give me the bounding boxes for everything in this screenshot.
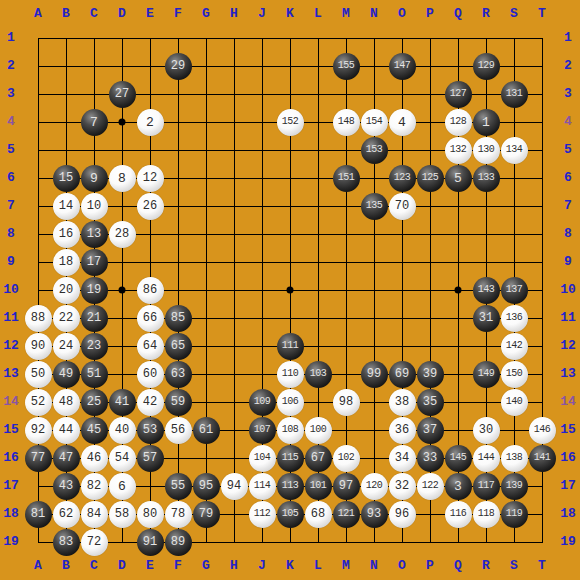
- stone-white-S12-move-142: 142: [501, 333, 528, 360]
- stone-black-P16-move-33: 33: [417, 445, 444, 472]
- stone-black-B6-move-15: 15: [53, 165, 80, 192]
- column-label-G: G: [192, 559, 220, 573]
- stone-white-P17-move-122: 122: [417, 473, 444, 500]
- stone-black-G17-move-95: 95: [193, 473, 220, 500]
- stone-white-J17-move-114: 114: [249, 473, 276, 500]
- stone-black-S10-move-137: 137: [501, 277, 528, 304]
- stone-black-E16-move-57: 57: [137, 445, 164, 472]
- stone-white-R5-move-130: 130: [473, 137, 500, 164]
- row-label-5: 5: [0, 136, 22, 164]
- stone-white-E4-move-2: 2: [137, 109, 164, 136]
- stone-white-K13-move-110: 110: [277, 361, 304, 388]
- stone-white-B18-move-62: 62: [53, 501, 80, 528]
- stone-white-O7-move-70: 70: [389, 193, 416, 220]
- stone-black-L16-move-67: 67: [305, 445, 332, 472]
- stone-white-C19-move-72: 72: [81, 529, 108, 556]
- stone-white-S11-move-136: 136: [501, 305, 528, 332]
- row-label-1: 1: [557, 24, 579, 52]
- column-label-P: P: [416, 559, 444, 573]
- column-label-R: R: [472, 559, 500, 573]
- stone-black-N13-move-99: 99: [361, 361, 388, 388]
- column-label-O: O: [388, 7, 416, 21]
- column-label-T: T: [528, 559, 556, 573]
- row-label-17: 17: [0, 472, 22, 500]
- column-label-O: O: [388, 559, 416, 573]
- row-label-14: 14: [557, 388, 579, 416]
- column-label-C: C: [80, 559, 108, 573]
- stone-white-C18-move-84: 84: [81, 501, 108, 528]
- stone-black-R13-move-149: 149: [473, 361, 500, 388]
- column-label-M: M: [332, 7, 360, 21]
- column-label-Q: Q: [444, 559, 472, 573]
- stone-black-A16-move-77: 77: [25, 445, 52, 472]
- stone-white-K14-move-106: 106: [277, 389, 304, 416]
- stone-white-N4-move-154: 154: [361, 109, 388, 136]
- stone-black-P15-move-37: 37: [417, 417, 444, 444]
- stone-black-T16-move-141: 141: [529, 445, 556, 472]
- stone-black-J14-move-109: 109: [249, 389, 276, 416]
- column-label-B: B: [52, 559, 80, 573]
- stone-white-D15-move-40: 40: [109, 417, 136, 444]
- stone-black-C11-move-21: 21: [81, 305, 108, 332]
- column-label-J: J: [248, 559, 276, 573]
- stone-black-Q6-move-5: 5: [445, 165, 472, 192]
- stone-black-J15-move-107: 107: [249, 417, 276, 444]
- column-label-T: T: [528, 7, 556, 21]
- column-label-R: R: [472, 7, 500, 21]
- column-label-N: N: [360, 7, 388, 21]
- stone-white-D17-move-6: 6: [109, 473, 136, 500]
- column-label-L: L: [304, 559, 332, 573]
- stone-white-A13-move-50: 50: [25, 361, 52, 388]
- column-label-F: F: [164, 7, 192, 21]
- stone-black-P6-move-125: 125: [417, 165, 444, 192]
- row-label-8: 8: [557, 220, 579, 248]
- row-labels-right: 12345678910111213141516171819: [557, 24, 579, 556]
- stone-white-D6-move-8: 8: [109, 165, 136, 192]
- stone-black-F11-move-85: 85: [165, 305, 192, 332]
- stone-white-Q5-move-132: 132: [445, 137, 472, 164]
- stone-black-N7-move-135: 135: [361, 193, 388, 220]
- stone-black-R10-move-143: 143: [473, 277, 500, 304]
- stone-white-S13-move-150: 150: [501, 361, 528, 388]
- stone-white-Q4-move-128: 128: [445, 109, 472, 136]
- row-label-11: 11: [557, 304, 579, 332]
- stone-black-N5-move-153: 153: [361, 137, 388, 164]
- row-label-15: 15: [557, 416, 579, 444]
- row-label-14: 14: [0, 388, 22, 416]
- stone-black-Q3-move-127: 127: [445, 81, 472, 108]
- row-label-10: 10: [557, 276, 579, 304]
- stone-white-L15-move-100: 100: [305, 417, 332, 444]
- stone-white-K4-move-152: 152: [277, 109, 304, 136]
- column-label-M: M: [332, 559, 360, 573]
- stone-white-N17-move-120: 120: [361, 473, 388, 500]
- stone-black-R11-move-31: 31: [473, 305, 500, 332]
- row-label-7: 7: [0, 192, 22, 220]
- stone-black-D14-move-41: 41: [109, 389, 136, 416]
- stone-black-S18-move-119: 119: [501, 501, 528, 528]
- stone-white-C17-move-82: 82: [81, 473, 108, 500]
- column-label-F: F: [164, 559, 192, 573]
- stone-white-O18-move-96: 96: [389, 501, 416, 528]
- stone-black-C10-move-19: 19: [81, 277, 108, 304]
- column-label-D: D: [108, 559, 136, 573]
- stone-black-D3-move-27: 27: [109, 81, 136, 108]
- column-labels-bottom: ABCDEFGHJKLMNOPQRST: [24, 559, 556, 573]
- row-label-6: 6: [557, 164, 579, 192]
- column-label-K: K: [276, 559, 304, 573]
- stone-black-F13-move-63: 63: [165, 361, 192, 388]
- column-label-Q: Q: [444, 7, 472, 21]
- stone-black-O2-move-147: 147: [389, 53, 416, 80]
- row-label-2: 2: [0, 52, 22, 80]
- stone-white-S5-move-134: 134: [501, 137, 528, 164]
- stone-black-R2-move-129: 129: [473, 53, 500, 80]
- stone-white-A15-move-92: 92: [25, 417, 52, 444]
- column-label-E: E: [136, 559, 164, 573]
- column-label-S: S: [500, 7, 528, 21]
- stone-black-Q17-move-3: 3: [445, 473, 472, 500]
- stone-black-P13-move-39: 39: [417, 361, 444, 388]
- stone-white-D16-move-54: 54: [109, 445, 136, 472]
- row-label-8: 8: [0, 220, 22, 248]
- row-label-17: 17: [557, 472, 579, 500]
- stone-black-G18-move-79: 79: [193, 501, 220, 528]
- stone-black-Q16-move-145: 145: [445, 445, 472, 472]
- stone-white-E10-move-86: 86: [137, 277, 164, 304]
- stone-white-J16-move-104: 104: [249, 445, 276, 472]
- stone-black-S3-move-131: 131: [501, 81, 528, 108]
- column-label-H: H: [220, 7, 248, 21]
- row-label-18: 18: [0, 500, 22, 528]
- stone-black-K16-move-115: 115: [277, 445, 304, 472]
- row-label-3: 3: [0, 80, 22, 108]
- stone-white-B8-move-16: 16: [53, 221, 80, 248]
- stone-white-C16-move-46: 46: [81, 445, 108, 472]
- column-label-K: K: [276, 7, 304, 21]
- stone-black-A18-move-81: 81: [25, 501, 52, 528]
- stone-black-M2-move-155: 155: [333, 53, 360, 80]
- stone-black-C6-move-9: 9: [81, 165, 108, 192]
- stone-white-D18-move-58: 58: [109, 501, 136, 528]
- row-label-12: 12: [557, 332, 579, 360]
- column-label-P: P: [416, 7, 444, 21]
- row-label-4: 4: [0, 108, 22, 136]
- stone-white-S16-move-138: 138: [501, 445, 528, 472]
- column-label-J: J: [248, 7, 276, 21]
- stone-white-B14-move-48: 48: [53, 389, 80, 416]
- stone-white-H17-move-94: 94: [221, 473, 248, 500]
- stone-white-B9-move-18: 18: [53, 249, 80, 276]
- stone-white-R15-move-30: 30: [473, 417, 500, 444]
- column-label-D: D: [108, 7, 136, 21]
- column-label-E: E: [136, 7, 164, 21]
- stone-white-M14-move-98: 98: [333, 389, 360, 416]
- row-label-13: 13: [557, 360, 579, 388]
- row-label-12: 12: [0, 332, 22, 360]
- stone-white-B11-move-22: 22: [53, 305, 80, 332]
- stone-white-E6-move-12: 12: [137, 165, 164, 192]
- stone-black-G15-move-61: 61: [193, 417, 220, 444]
- column-label-A: A: [24, 7, 52, 21]
- column-labels-top: ABCDEFGHJKLMNOPQRST: [24, 7, 556, 21]
- stone-white-K15-move-108: 108: [277, 417, 304, 444]
- stone-black-P14-move-35: 35: [417, 389, 444, 416]
- stone-black-F2-move-29: 29: [165, 53, 192, 80]
- stone-white-T15-move-146: 146: [529, 417, 556, 444]
- column-label-C: C: [80, 7, 108, 21]
- stone-white-S14-move-140: 140: [501, 389, 528, 416]
- stone-white-E12-move-64: 64: [137, 333, 164, 360]
- stone-white-E14-move-42: 42: [137, 389, 164, 416]
- stone-black-C9-move-17: 17: [81, 249, 108, 276]
- stone-black-E19-move-91: 91: [137, 529, 164, 556]
- stone-white-E11-move-66: 66: [137, 305, 164, 332]
- stone-black-M6-move-151: 151: [333, 165, 360, 192]
- column-label-N: N: [360, 559, 388, 573]
- row-label-11: 11: [0, 304, 22, 332]
- stone-black-M17-move-97: 97: [333, 473, 360, 500]
- stone-black-K12-move-111: 111: [277, 333, 304, 360]
- stone-white-A14-move-52: 52: [25, 389, 52, 416]
- row-label-7: 7: [557, 192, 579, 220]
- stone-black-S17-move-139: 139: [501, 473, 528, 500]
- stone-black-F17-move-55: 55: [165, 473, 192, 500]
- stone-white-Q18-move-116: 116: [445, 501, 472, 528]
- row-label-6: 6: [0, 164, 22, 192]
- column-label-L: L: [304, 7, 332, 21]
- stone-black-C14-move-25: 25: [81, 389, 108, 416]
- row-label-2: 2: [557, 52, 579, 80]
- stone-black-B19-move-83: 83: [53, 529, 80, 556]
- stone-black-F19-move-89: 89: [165, 529, 192, 556]
- stone-white-F18-move-78: 78: [165, 501, 192, 528]
- stone-black-L13-move-103: 103: [305, 361, 332, 388]
- row-label-16: 16: [557, 444, 579, 472]
- stone-black-B17-move-43: 43: [53, 473, 80, 500]
- row-label-5: 5: [557, 136, 579, 164]
- stone-black-K17-move-113: 113: [277, 473, 304, 500]
- stone-white-L18-move-68: 68: [305, 501, 332, 528]
- stone-white-O17-move-32: 32: [389, 473, 416, 500]
- stone-black-C15-move-45: 45: [81, 417, 108, 444]
- column-label-B: B: [52, 7, 80, 21]
- stone-white-C7-move-10: 10: [81, 193, 108, 220]
- stone-black-C13-move-51: 51: [81, 361, 108, 388]
- row-label-4: 4: [557, 108, 579, 136]
- stone-black-O6-move-123: 123: [389, 165, 416, 192]
- stone-black-K18-move-105: 105: [277, 501, 304, 528]
- row-labels-left: 12345678910111213141516171819: [0, 24, 22, 556]
- stone-black-B13-move-49: 49: [53, 361, 80, 388]
- stone-black-C12-move-23: 23: [81, 333, 108, 360]
- stone-white-B12-move-24: 24: [53, 333, 80, 360]
- stone-white-A11-move-88: 88: [25, 305, 52, 332]
- stone-black-C4-move-7: 7: [81, 109, 108, 136]
- stone-black-C8-move-13: 13: [81, 221, 108, 248]
- stone-white-E13-move-60: 60: [137, 361, 164, 388]
- row-label-3: 3: [557, 80, 579, 108]
- stone-black-O13-move-69: 69: [389, 361, 416, 388]
- stone-black-F14-move-59: 59: [165, 389, 192, 416]
- row-label-9: 9: [557, 248, 579, 276]
- row-label-19: 19: [557, 528, 579, 556]
- stone-white-E7-move-26: 26: [137, 193, 164, 220]
- row-label-9: 9: [0, 248, 22, 276]
- stone-white-O16-move-34: 34: [389, 445, 416, 472]
- stone-white-J18-move-112: 112: [249, 501, 276, 528]
- stone-black-L17-move-101: 101: [305, 473, 332, 500]
- stone-black-M18-move-121: 121: [333, 501, 360, 528]
- row-label-19: 19: [0, 528, 22, 556]
- stone-black-B16-move-47: 47: [53, 445, 80, 472]
- go-board-screenshot: ABCDEFGHJKLMNOPQRST ABCDEFGHJKLMNOPQRST …: [0, 0, 580, 580]
- row-label-16: 16: [0, 444, 22, 472]
- column-label-H: H: [220, 559, 248, 573]
- stone-black-E15-move-53: 53: [137, 417, 164, 444]
- row-label-10: 10: [0, 276, 22, 304]
- row-label-13: 13: [0, 360, 22, 388]
- stone-white-F15-move-56: 56: [165, 417, 192, 444]
- stone-white-A12-move-90: 90: [25, 333, 52, 360]
- stone-white-O15-move-36: 36: [389, 417, 416, 444]
- stone-white-M4-move-148: 148: [333, 109, 360, 136]
- stone-black-R6-move-133: 133: [473, 165, 500, 192]
- stone-black-R4-move-1: 1: [473, 109, 500, 136]
- stone-white-B7-move-14: 14: [53, 193, 80, 220]
- stone-white-O4-move-4: 4: [389, 109, 416, 136]
- stone-white-R16-move-144: 144: [473, 445, 500, 472]
- row-label-18: 18: [557, 500, 579, 528]
- stone-white-R18-move-118: 118: [473, 501, 500, 528]
- stone-white-D8-move-28: 28: [109, 221, 136, 248]
- stone-white-E18-move-80: 80: [137, 501, 164, 528]
- stone-black-R17-move-117: 117: [473, 473, 500, 500]
- stone-black-F12-move-65: 65: [165, 333, 192, 360]
- column-label-A: A: [24, 559, 52, 573]
- column-label-S: S: [500, 559, 528, 573]
- stone-white-O14-move-38: 38: [389, 389, 416, 416]
- row-label-15: 15: [0, 416, 22, 444]
- stone-white-B10-move-20: 20: [53, 277, 80, 304]
- row-label-1: 1: [0, 24, 22, 52]
- stone-black-N18-move-93: 93: [361, 501, 388, 528]
- column-label-G: G: [192, 7, 220, 21]
- stone-white-M16-move-102: 102: [333, 445, 360, 472]
- stone-white-B15-move-44: 44: [53, 417, 80, 444]
- go-board-stones: 1234567891012131415161718192021222324252…: [24, 24, 556, 556]
